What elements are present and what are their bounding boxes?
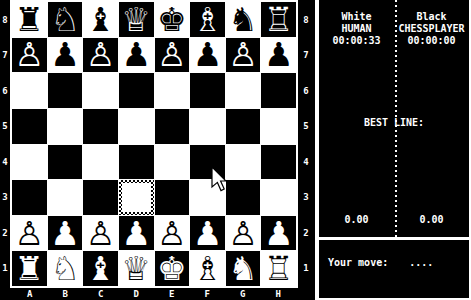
square-b3[interactable]	[48, 180, 83, 215]
square-g4[interactable]	[226, 145, 261, 180]
black-pawn[interactable]: ♟	[193, 38, 223, 71]
square-d3[interactable]	[119, 180, 154, 215]
square-g8[interactable]: ♞	[226, 2, 261, 37]
square-g6[interactable]	[226, 73, 261, 108]
rank-label-8: 8	[0, 2, 10, 38]
square-g7[interactable]: ♙	[226, 38, 261, 73]
rank-label-5: 5	[0, 109, 10, 145]
black-clock: Black CHESSPLAYER 00:00:00	[394, 11, 469, 47]
white-rook[interactable]: ♜	[15, 252, 45, 285]
square-d1[interactable]: ♕	[119, 251, 154, 286]
clock-section: White HUMAN 00:00:33 Black CHESSPLAYER 0…	[319, 0, 469, 237]
move-input-value: ....	[409, 257, 433, 268]
black-rook[interactable]: ♜	[15, 3, 45, 36]
square-h1[interactable]: ♖	[261, 251, 296, 286]
black-rook[interactable]: ♖	[264, 3, 294, 36]
info-panel: White HUMAN 00:00:33 Black CHESSPLAYER 0…	[315, 0, 471, 300]
square-h7[interactable]: ♟	[261, 38, 296, 73]
black-bishop[interactable]: ♗	[193, 3, 223, 36]
file-label-c: C	[83, 287, 119, 300]
white-bishop[interactable]: ♝	[86, 252, 116, 285]
selection-highlight-inner	[122, 183, 151, 212]
white-queen[interactable]: ♕	[121, 252, 151, 285]
square-f1[interactable]: ♗	[190, 251, 225, 286]
square-g1[interactable]: ♞	[226, 251, 261, 286]
white-label: White	[319, 11, 394, 23]
square-d5[interactable]	[119, 109, 154, 144]
square-a8[interactable]: ♜	[12, 2, 47, 37]
chess-app-screen: 87654321 ♜♘♝♕♚♗♞♖♙♟♙♟♙♟♙♟♙♟♙♟♙♟♙♟♜♘♝♕♚♗♞…	[0, 0, 471, 300]
board-frame: ♜♘♝♕♚♗♞♖♙♟♙♟♙♟♙♟♙♟♙♟♙♟♙♟♜♘♝♕♚♗♞♖	[10, 0, 298, 288]
square-e5[interactable]	[155, 109, 190, 144]
rank-label-3: 3	[298, 180, 314, 216]
square-d4[interactable]	[119, 145, 154, 180]
file-label-d: D	[119, 287, 155, 300]
square-c8[interactable]: ♝	[83, 2, 118, 37]
square-h2[interactable]: ♟	[261, 216, 296, 251]
white-pawn[interactable]: ♟	[121, 217, 151, 250]
square-d7[interactable]: ♟	[119, 38, 154, 73]
black-pawn[interactable]: ♟	[264, 38, 294, 71]
square-b4[interactable]	[48, 145, 83, 180]
rank-labels-left: 87654321	[0, 2, 10, 286]
move-input-box[interactable]: Your move: ....	[319, 237, 469, 300]
square-h8[interactable]: ♖	[261, 2, 296, 37]
square-b2[interactable]: ♟	[48, 216, 83, 251]
square-b8[interactable]: ♘	[48, 2, 83, 37]
rank-label-2: 2	[298, 215, 314, 251]
square-e6[interactable]	[155, 73, 190, 108]
file-label-g: G	[225, 287, 261, 300]
square-h5[interactable]	[261, 109, 296, 144]
square-d6[interactable]	[119, 73, 154, 108]
white-pawn[interactable]: ♙	[228, 217, 258, 250]
square-a6[interactable]	[12, 73, 47, 108]
best-line-label: BEST LINE:	[319, 117, 469, 128]
white-pawn[interactable]: ♟	[50, 217, 80, 250]
white-pawn[interactable]: ♙	[157, 217, 187, 250]
mouse-cursor-icon	[211, 166, 227, 194]
rank-label-8: 8	[298, 2, 314, 38]
rank-label-6: 6	[0, 73, 10, 109]
white-clock: White HUMAN 00:00:33	[319, 11, 394, 47]
black-king[interactable]: ♚	[157, 3, 187, 36]
white-knight[interactable]: ♘	[50, 252, 80, 285]
square-d2[interactable]: ♟	[119, 216, 154, 251]
black-knight[interactable]: ♞	[228, 3, 258, 36]
square-f7[interactable]: ♟	[190, 38, 225, 73]
square-c4[interactable]	[83, 145, 118, 180]
black-time: 00:00:00	[394, 35, 469, 47]
file-labels: ABCDEFGH	[12, 287, 296, 300]
white-pawn[interactable]: ♙	[86, 217, 116, 250]
rank-label-4: 4	[298, 144, 314, 180]
black-player-name: CHESSPLAYER	[394, 23, 469, 35]
black-pawn[interactable]: ♙	[15, 38, 45, 71]
white-pawn[interactable]: ♙	[15, 217, 45, 250]
rank-label-2: 2	[0, 215, 10, 251]
black-pawn[interactable]: ♙	[86, 38, 116, 71]
square-e3[interactable]	[155, 180, 190, 215]
square-a3[interactable]	[12, 180, 47, 215]
file-label-h: H	[261, 287, 297, 300]
clocks: White HUMAN 00:00:33 Black CHESSPLAYER 0…	[319, 0, 469, 47]
black-knight[interactable]: ♘	[50, 3, 80, 36]
black-pawn[interactable]: ♙	[157, 38, 187, 71]
square-b7[interactable]: ♟	[48, 38, 83, 73]
square-f5[interactable]	[190, 109, 225, 144]
square-f2[interactable]: ♟	[190, 216, 225, 251]
square-d8[interactable]: ♕	[119, 2, 154, 37]
move-prompt-label: Your move:	[328, 257, 388, 268]
file-label-e: E	[154, 287, 190, 300]
square-a5[interactable]	[12, 109, 47, 144]
white-pawn[interactable]: ♟	[193, 217, 223, 250]
square-b5[interactable]	[48, 109, 83, 144]
file-label-a: A	[12, 287, 48, 300]
black-queen[interactable]: ♕	[121, 3, 151, 36]
rank-label-7: 7	[0, 38, 10, 74]
square-e7[interactable]: ♙	[155, 38, 190, 73]
square-c3[interactable]	[83, 180, 118, 215]
square-a2[interactable]: ♙	[12, 216, 47, 251]
file-label-f: F	[190, 287, 226, 300]
white-king[interactable]: ♚	[157, 252, 187, 285]
square-e2[interactable]: ♙	[155, 216, 190, 251]
white-player-name: HUMAN	[319, 23, 394, 35]
rank-label-7: 7	[298, 38, 314, 74]
square-e4[interactable]	[155, 145, 190, 180]
square-c5[interactable]	[83, 109, 118, 144]
square-e8[interactable]: ♚	[155, 2, 190, 37]
square-f8[interactable]: ♗	[190, 2, 225, 37]
rank-label-4: 4	[0, 144, 10, 180]
square-h3[interactable]	[261, 180, 296, 215]
square-g2[interactable]: ♙	[226, 216, 261, 251]
square-a1[interactable]: ♜	[12, 251, 47, 286]
square-b1[interactable]: ♘	[48, 251, 83, 286]
white-bishop[interactable]: ♗	[193, 252, 223, 285]
square-c7[interactable]: ♙	[83, 38, 118, 73]
square-h6[interactable]	[261, 73, 296, 108]
square-c6[interactable]	[83, 73, 118, 108]
square-c1[interactable]: ♝	[83, 251, 118, 286]
black-score: 0.00	[394, 214, 469, 225]
black-bishop[interactable]: ♝	[86, 3, 116, 36]
rank-labels-right: 87654321	[298, 2, 314, 286]
white-rook[interactable]: ♖	[264, 252, 294, 285]
square-c2[interactable]: ♙	[83, 216, 118, 251]
black-label: Black	[394, 11, 469, 23]
square-g5[interactable]	[226, 109, 261, 144]
white-pawn[interactable]: ♟	[264, 217, 294, 250]
rank-label-3: 3	[0, 180, 10, 216]
square-h4[interactable]	[261, 145, 296, 180]
square-a7[interactable]: ♙	[12, 38, 47, 73]
rank-label-1: 1	[0, 251, 10, 287]
white-knight[interactable]: ♞	[228, 252, 258, 285]
square-g3[interactable]	[226, 180, 261, 215]
chess-board[interactable]: ♜♘♝♕♚♗♞♖♙♟♙♟♙♟♙♟♙♟♙♟♙♟♙♟♜♘♝♕♚♗♞♖	[12, 2, 296, 286]
evaluation-scores: 0.00 0.00	[319, 214, 469, 225]
black-pawn[interactable]: ♟	[121, 38, 151, 71]
white-score: 0.00	[319, 214, 394, 225]
file-label-b: B	[48, 287, 84, 300]
rank-label-5: 5	[298, 109, 314, 145]
square-f6[interactable]	[190, 73, 225, 108]
rank-label-6: 6	[298, 73, 314, 109]
black-pawn[interactable]: ♟	[50, 38, 80, 71]
white-time: 00:00:33	[319, 35, 394, 47]
square-a4[interactable]	[12, 145, 47, 180]
rank-label-1: 1	[298, 251, 314, 287]
black-pawn[interactable]: ♙	[228, 38, 258, 71]
square-e1[interactable]: ♚	[155, 251, 190, 286]
square-b6[interactable]	[48, 73, 83, 108]
